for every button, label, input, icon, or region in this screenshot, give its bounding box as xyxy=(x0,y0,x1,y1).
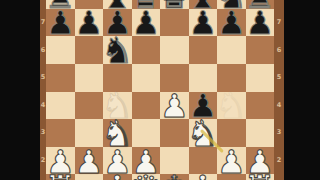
square-a1: ♜ xyxy=(46,174,75,180)
square-e8: ♚ xyxy=(160,0,189,9)
square-e4: ♟ xyxy=(160,92,189,120)
white-bishop-icon: ♝ xyxy=(101,171,133,180)
square-b7: ♟ xyxy=(75,9,104,37)
square-h1: ♜ xyxy=(246,174,275,180)
rank-label-2: 2 xyxy=(40,157,46,164)
black-pawn-icon: ♟ xyxy=(188,7,217,39)
black-pawn-icon: ♟ xyxy=(245,7,274,39)
white-pawn-icon: ♟ xyxy=(160,90,189,122)
square-a4 xyxy=(46,92,75,120)
square-f1: ♝ xyxy=(189,174,218,180)
square-e6 xyxy=(160,36,189,64)
square-a7: ♟ xyxy=(46,9,75,37)
black-knight-icon: ♞ xyxy=(101,33,133,69)
square-a5 xyxy=(46,64,75,92)
white-pawn-icon: ♟ xyxy=(74,146,103,178)
white-king-icon: ♚ xyxy=(158,171,190,180)
square-h5 xyxy=(246,64,275,92)
chess-video-frame: ♜♝♛♚♝♞♜♟♟♟♟♟♟♟♞♞♟♟♞♞♞♟♟♟♟♟♟♜♝♛♚♝♜ 876543… xyxy=(0,0,320,180)
white-bishop-icon: ♝ xyxy=(187,171,219,180)
black-pawn-icon: ♟ xyxy=(217,7,246,39)
square-g7: ♟ xyxy=(217,9,246,37)
square-e1: ♚ xyxy=(160,174,189,180)
rank-label-6: 6 xyxy=(274,47,284,54)
black-pawn-icon: ♟ xyxy=(46,7,75,39)
black-king-icon: ♚ xyxy=(158,0,190,14)
square-g4: ♞ xyxy=(217,92,246,120)
rank-label-6: 6 xyxy=(40,47,46,54)
rank-label-7: 7 xyxy=(40,19,46,26)
rank-label-4: 4 xyxy=(40,102,46,109)
rank-label-5: 5 xyxy=(274,74,284,81)
rank-label-3: 3 xyxy=(40,129,46,136)
black-pawn-icon: ♟ xyxy=(74,7,103,39)
square-c1: ♝ xyxy=(103,174,132,180)
white-rook-icon: ♜ xyxy=(244,171,276,180)
rank-label-4: 4 xyxy=(274,102,284,109)
square-h4 xyxy=(246,92,275,120)
square-d5 xyxy=(132,64,161,92)
black-pawn-icon: ♟ xyxy=(131,7,160,39)
square-b5 xyxy=(75,64,104,92)
square-b4 xyxy=(75,92,104,120)
white-queen-icon: ♛ xyxy=(130,171,162,180)
square-d7: ♟ xyxy=(132,9,161,37)
square-d4 xyxy=(132,92,161,120)
rank-label-3: 3 xyxy=(274,129,284,136)
square-h7: ♟ xyxy=(246,9,275,37)
ghost-white-knight-icon: ♞ xyxy=(215,88,247,124)
square-f7: ♟ xyxy=(189,9,218,37)
rank-label-2: 2 xyxy=(274,157,284,164)
rank-label-7: 7 xyxy=(274,19,284,26)
white-rook-icon: ♜ xyxy=(44,171,76,180)
square-c6: ♞ xyxy=(103,36,132,64)
square-d1: ♛ xyxy=(132,174,161,180)
chessboard: ♜♝♛♚♝♞♜♟♟♟♟♟♟♟♞♞♟♟♞♞♞♟♟♟♟♟♟♜♝♛♚♝♜ xyxy=(46,0,274,180)
square-b2: ♟ xyxy=(75,147,104,175)
rank-label-5: 5 xyxy=(40,74,46,81)
